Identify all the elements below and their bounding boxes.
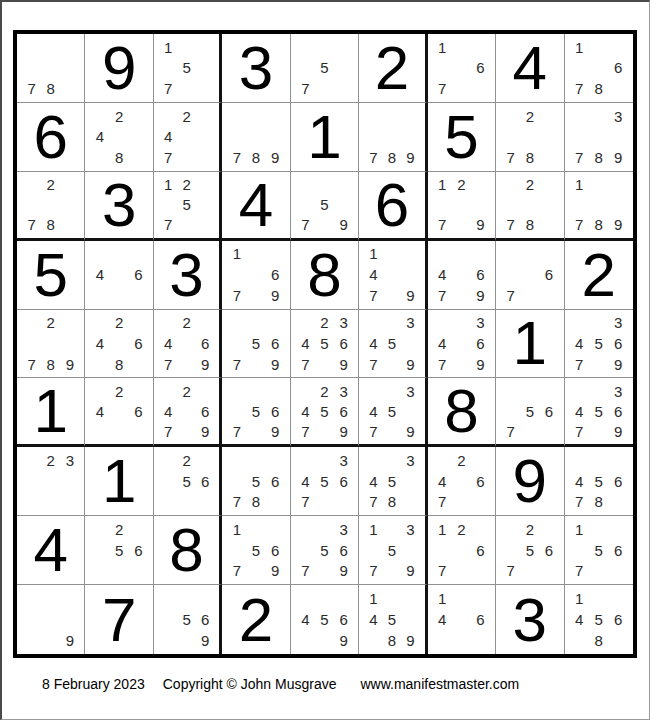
candidate-1: 1 (433, 175, 452, 195)
pencil-marks: 1267 (428, 516, 495, 584)
pencil-marks: 34679 (428, 310, 495, 378)
candidate-9: 9 (266, 560, 285, 581)
candidate-4: 4 (364, 264, 382, 285)
candidate-5: 5 (177, 471, 195, 492)
cell-r3c5: 579 (291, 172, 359, 241)
cell-value: 6 (359, 172, 424, 238)
candidate-6: 6 (471, 58, 490, 79)
cell-r8c5: 35679 (291, 516, 359, 585)
candidate-2: 2 (315, 313, 334, 334)
candidate-2: 2 (177, 381, 195, 401)
candidate-9: 9 (609, 354, 628, 375)
candidate-6: 6 (609, 540, 628, 561)
cell-r9c7: 146 (428, 585, 496, 654)
candidate-8: 8 (520, 147, 539, 168)
candidate-5: 5 (383, 333, 401, 354)
candidate-6: 6 (266, 264, 285, 285)
candidate-7: 7 (227, 354, 246, 375)
pencil-marks: 1678 (565, 34, 633, 102)
candidate-1: 1 (433, 37, 452, 58)
cell-r2c7: 5 (428, 103, 496, 172)
cell-value: 7 (85, 585, 152, 654)
candidate-1: 1 (570, 37, 589, 58)
candidate-7: 7 (296, 560, 315, 581)
candidate-5: 5 (520, 540, 539, 561)
cell-value: 2 (359, 34, 424, 102)
candidate-9: 9 (401, 354, 419, 375)
candidate-7: 7 (570, 492, 589, 513)
candidate-5: 5 (315, 540, 334, 561)
cell-value: 1 (17, 378, 84, 444)
cell-r8c7: 1267 (428, 516, 496, 585)
cell-r8c6: 13579 (359, 516, 427, 585)
candidate-4: 4 (90, 127, 109, 148)
cell-value: 9 (496, 447, 563, 515)
candidate-6: 6 (539, 540, 558, 561)
cell-value: 4 (222, 172, 289, 238)
pencil-marks: 256 (85, 516, 152, 584)
candidate-5: 5 (383, 401, 401, 421)
candidate-7: 7 (433, 492, 452, 513)
candidate-4: 4 (159, 333, 177, 354)
candidate-3: 3 (334, 313, 353, 334)
footer-copyright: Copyright © John Musgrave (163, 676, 337, 692)
cell-r7c2: 1 (85, 447, 153, 516)
candidate-4: 4 (570, 471, 589, 492)
candidate-7: 7 (501, 285, 520, 306)
candidate-5: 5 (589, 609, 608, 630)
candidate-8: 8 (246, 147, 265, 168)
candidate-5: 5 (246, 471, 265, 492)
candidate-4: 4 (159, 127, 177, 148)
pencil-marks: 1257 (154, 172, 219, 238)
cell-r1c1: 78 (17, 34, 85, 103)
cell-r3c7: 1279 (428, 172, 496, 241)
cell-r2c1: 6 (17, 103, 85, 172)
candidate-6: 6 (471, 609, 490, 630)
cell-value: 2 (222, 585, 289, 654)
pencil-marks: 157 (154, 34, 219, 102)
cell-value: 1 (496, 310, 563, 378)
candidate-6: 6 (334, 333, 353, 354)
candidate-5: 5 (315, 609, 334, 630)
candidate-7: 7 (227, 492, 246, 513)
candidate-7: 7 (296, 354, 315, 375)
candidate-2: 2 (520, 519, 539, 540)
candidate-3: 3 (334, 519, 353, 540)
candidate-2: 2 (41, 175, 60, 195)
candidate-8: 8 (383, 147, 401, 168)
candidate-2: 2 (177, 106, 195, 127)
candidate-2: 2 (110, 381, 129, 401)
candidate-6: 6 (471, 471, 490, 492)
cell-r6c4: 5679 (222, 378, 290, 447)
candidate-8: 8 (110, 147, 129, 168)
cell-r2c8: 278 (496, 103, 564, 172)
candidate-6: 6 (471, 264, 490, 285)
candidate-9: 9 (196, 630, 214, 651)
candidate-8: 8 (246, 492, 265, 513)
candidate-6: 6 (196, 609, 214, 630)
candidate-1: 1 (570, 588, 589, 609)
pencil-marks: 4679 (428, 241, 495, 309)
cell-r9c8: 3 (496, 585, 564, 654)
cell-r2c9: 3789 (565, 103, 633, 172)
candidate-1: 1 (159, 175, 177, 195)
cell-r5c7: 34679 (428, 310, 496, 379)
candidate-1: 1 (364, 588, 382, 609)
candidate-6: 6 (129, 333, 148, 354)
cell-r9c3: 569 (154, 585, 222, 654)
pencil-marks: 1679 (222, 241, 289, 309)
pencil-marks: 3789 (565, 103, 633, 171)
pencil-marks: 5679 (222, 378, 289, 444)
candidate-8: 8 (520, 215, 539, 235)
candidate-7: 7 (296, 492, 315, 513)
cell-value: 3 (154, 241, 219, 309)
candidate-9: 9 (196, 354, 214, 375)
cell-r7c3: 256 (154, 447, 222, 516)
cell-r5c9: 345679 (565, 310, 633, 379)
candidate-2: 2 (177, 450, 195, 471)
candidate-7: 7 (570, 560, 589, 581)
cell-r4c4: 1679 (222, 241, 290, 310)
candidate-5: 5 (589, 471, 608, 492)
candidate-1: 1 (227, 519, 246, 540)
pencil-marks: 34579 (359, 378, 424, 444)
cell-r3c4: 4 (222, 172, 290, 241)
cell-r7c7: 2467 (428, 447, 496, 516)
candidate-4: 4 (433, 471, 452, 492)
pencil-marks: 1279 (428, 172, 495, 238)
candidate-3: 3 (401, 450, 419, 471)
cell-r4c7: 4679 (428, 241, 496, 310)
candidate-1: 1 (570, 519, 589, 540)
candidate-4: 4 (90, 401, 109, 421)
candidate-8: 8 (589, 630, 608, 651)
pencil-marks: 247 (154, 103, 219, 171)
candidate-2: 2 (41, 313, 60, 334)
candidate-6: 6 (266, 401, 285, 421)
cell-r1c4: 3 (222, 34, 290, 103)
candidate-9: 9 (266, 147, 285, 168)
candidate-5: 5 (315, 195, 334, 215)
candidate-7: 7 (364, 354, 382, 375)
candidate-1: 1 (433, 519, 452, 540)
candidate-8: 8 (589, 78, 608, 99)
candidate-6: 6 (609, 58, 628, 79)
candidate-5: 5 (315, 401, 334, 421)
candidate-7: 7 (22, 78, 41, 99)
pencil-marks: 13579 (359, 516, 424, 584)
candidate-8: 8 (589, 147, 608, 168)
candidate-7: 7 (22, 354, 41, 375)
candidate-6: 6 (539, 264, 558, 285)
candidate-6: 6 (334, 401, 353, 421)
candidate-6: 6 (196, 471, 214, 492)
candidate-7: 7 (364, 560, 382, 581)
cell-r4c6: 1479 (359, 241, 427, 310)
candidate-7: 7 (570, 78, 589, 99)
candidate-8: 8 (589, 215, 608, 235)
candidate-2: 2 (41, 450, 60, 471)
candidate-6: 6 (539, 401, 558, 421)
candidate-7: 7 (433, 560, 452, 581)
candidate-1: 1 (364, 244, 382, 265)
candidate-5: 5 (246, 540, 265, 561)
candidate-9: 9 (266, 354, 285, 375)
candidate-2: 2 (110, 313, 129, 334)
candidate-6: 6 (196, 333, 214, 354)
candidate-6: 6 (609, 471, 628, 492)
candidate-6: 6 (266, 540, 285, 561)
pencil-marks: 278 (17, 172, 84, 238)
footer-website: www.manifestmaster.com (360, 676, 519, 692)
candidate-4: 4 (296, 401, 315, 421)
cell-r3c8: 278 (496, 172, 564, 241)
pencil-marks: 248 (85, 103, 152, 171)
candidate-8: 8 (383, 492, 401, 513)
pencil-marks: 5679 (222, 310, 289, 378)
candidate-2: 2 (520, 106, 539, 127)
pencil-marks: 46 (85, 241, 152, 309)
candidate-7: 7 (296, 215, 315, 235)
candidate-7: 7 (501, 421, 520, 441)
cell-r9c9: 14568 (565, 585, 633, 654)
cell-value: 4 (496, 34, 563, 102)
candidate-5: 5 (110, 540, 129, 561)
candidate-3: 3 (60, 450, 79, 471)
candidate-9: 9 (471, 215, 490, 235)
cell-r9c6: 14589 (359, 585, 427, 654)
candidate-9: 9 (401, 285, 419, 306)
cell-r1c8: 4 (496, 34, 564, 103)
cell-r1c5: 57 (291, 34, 359, 103)
cell-r1c7: 167 (428, 34, 496, 103)
pencil-marks: 34578 (359, 447, 424, 515)
pencil-marks: 1567 (565, 516, 633, 584)
candidate-4: 4 (90, 264, 109, 285)
candidate-4: 4 (364, 609, 382, 630)
cell-value: 9 (85, 34, 152, 102)
candidate-7: 7 (570, 354, 589, 375)
pencil-marks: 4569 (291, 585, 358, 654)
candidate-7: 7 (159, 215, 177, 235)
cell-r4c2: 46 (85, 241, 153, 310)
candidate-2: 2 (520, 175, 539, 195)
sudoku-board: 7891573572167416786248247789178952783789… (13, 30, 637, 658)
cell-r8c3: 8 (154, 516, 222, 585)
candidate-6: 6 (129, 401, 148, 421)
cell-r7c8: 9 (496, 447, 564, 516)
pencil-marks: 146 (428, 585, 495, 654)
pencil-marks: 567 (496, 378, 563, 444)
candidate-6: 6 (609, 401, 628, 421)
candidate-6: 6 (196, 401, 214, 421)
candidate-7: 7 (364, 421, 382, 441)
pencil-marks: 2468 (85, 310, 152, 378)
cell-value: 4 (17, 516, 84, 584)
cell-r5c5: 2345679 (291, 310, 359, 379)
candidate-4: 4 (570, 333, 589, 354)
candidate-3: 3 (401, 519, 419, 540)
candidate-6: 6 (334, 609, 353, 630)
cell-r7c5: 34567 (291, 447, 359, 516)
candidate-9: 9 (334, 215, 353, 235)
cell-r8c1: 4 (17, 516, 85, 585)
candidate-6: 6 (471, 540, 490, 561)
candidate-7: 7 (159, 421, 177, 441)
candidate-9: 9 (60, 354, 79, 375)
puzzle-page: 7891573572167416786248247789178952783789… (0, 0, 650, 720)
candidate-9: 9 (334, 354, 353, 375)
pencil-marks: 24679 (154, 378, 219, 444)
candidate-7: 7 (227, 421, 246, 441)
cell-r5c2: 2468 (85, 310, 153, 379)
candidate-9: 9 (266, 421, 285, 441)
cell-r9c5: 4569 (291, 585, 359, 654)
candidate-9: 9 (609, 147, 628, 168)
cell-r3c3: 1257 (154, 172, 222, 241)
cell-r4c5: 8 (291, 241, 359, 310)
pencil-marks: 278 (496, 103, 563, 171)
pencil-marks: 34579 (359, 310, 424, 378)
candidate-6: 6 (609, 333, 628, 354)
candidate-9: 9 (60, 630, 79, 651)
pencil-marks: 14589 (359, 585, 424, 654)
candidate-9: 9 (401, 421, 419, 441)
candidate-4: 4 (433, 264, 452, 285)
candidate-9: 9 (196, 421, 214, 441)
candidate-8: 8 (41, 215, 60, 235)
pencil-marks: 2467 (428, 447, 495, 515)
cell-r7c4: 5678 (222, 447, 290, 516)
candidate-9: 9 (401, 630, 419, 651)
candidate-7: 7 (433, 215, 452, 235)
candidate-2: 2 (177, 175, 195, 195)
footer: 8 February 2023 Copyright © John Musgrav… (42, 676, 519, 692)
cell-r6c7: 8 (428, 378, 496, 447)
candidate-4: 4 (364, 401, 382, 421)
pencil-marks: 2345679 (291, 378, 358, 444)
cell-r6c6: 34579 (359, 378, 427, 447)
candidate-4: 4 (296, 333, 315, 354)
candidate-5: 5 (246, 401, 265, 421)
candidate-9: 9 (609, 421, 628, 441)
candidate-7: 7 (364, 147, 382, 168)
candidate-6: 6 (266, 471, 285, 492)
cell-r2c4: 789 (222, 103, 290, 172)
cell-r8c2: 256 (85, 516, 153, 585)
cell-value: 3 (222, 34, 289, 102)
cell-r5c3: 24679 (154, 310, 222, 379)
cell-r3c6: 6 (359, 172, 427, 241)
pencil-marks: 78 (17, 34, 84, 102)
candidate-6: 6 (471, 333, 490, 354)
candidate-7: 7 (501, 560, 520, 581)
candidate-4: 4 (159, 401, 177, 421)
candidate-4: 4 (90, 333, 109, 354)
footer-date: 8 February 2023 (42, 676, 145, 692)
pencil-marks: 278 (496, 172, 563, 238)
cell-value: 5 (428, 103, 495, 171)
pencil-marks: 35679 (291, 516, 358, 584)
cell-r1c9: 1678 (565, 34, 633, 103)
candidate-6: 6 (129, 264, 148, 285)
cell-value: 6 (17, 103, 84, 171)
cell-r4c1: 5 (17, 241, 85, 310)
candidate-5: 5 (589, 333, 608, 354)
candidate-5: 5 (315, 333, 334, 354)
pencil-marks: 345679 (565, 310, 633, 378)
candidate-9: 9 (401, 147, 419, 168)
pencil-marks: 23 (17, 447, 84, 515)
candidate-7: 7 (433, 78, 452, 99)
cell-r1c2: 9 (85, 34, 153, 103)
candidate-3: 3 (609, 381, 628, 401)
cell-r5c1: 2789 (17, 310, 85, 379)
candidate-7: 7 (227, 147, 246, 168)
pencil-marks: 1789 (565, 172, 633, 238)
cell-value: 5 (17, 241, 84, 309)
candidate-2: 2 (452, 175, 471, 195)
cell-r9c1: 9 (17, 585, 85, 654)
candidate-9: 9 (334, 560, 353, 581)
candidate-5: 5 (520, 401, 539, 421)
candidate-3: 3 (471, 313, 490, 334)
candidate-9: 9 (401, 560, 419, 581)
cell-r3c2: 3 (85, 172, 153, 241)
candidate-4: 4 (364, 333, 382, 354)
candidate-1: 1 (570, 175, 589, 195)
cell-r4c3: 3 (154, 241, 222, 310)
pencil-marks: 2345679 (291, 310, 358, 378)
candidate-9: 9 (471, 354, 490, 375)
cell-value: 8 (428, 378, 495, 444)
cell-r4c8: 67 (496, 241, 564, 310)
candidate-7: 7 (501, 215, 520, 235)
candidate-5: 5 (177, 58, 195, 79)
candidate-2: 2 (452, 450, 471, 471)
cell-r7c9: 45678 (565, 447, 633, 516)
candidate-6: 6 (334, 471, 353, 492)
candidate-7: 7 (433, 285, 452, 306)
candidate-5: 5 (315, 471, 334, 492)
cell-r5c6: 34579 (359, 310, 427, 379)
pencil-marks: 1479 (359, 241, 424, 309)
candidate-2: 2 (110, 106, 129, 127)
pencil-marks: 256 (154, 447, 219, 515)
candidate-2: 2 (177, 313, 195, 334)
candidate-7: 7 (159, 147, 177, 168)
candidate-1: 1 (159, 37, 177, 58)
candidate-3: 3 (401, 381, 419, 401)
candidate-9: 9 (471, 285, 490, 306)
candidate-6: 6 (609, 609, 628, 630)
candidate-4: 4 (296, 609, 315, 630)
cell-r1c3: 157 (154, 34, 222, 103)
candidate-1: 1 (433, 588, 452, 609)
candidate-3: 3 (609, 106, 628, 127)
candidate-4: 4 (433, 333, 452, 354)
cell-r6c5: 2345679 (291, 378, 359, 447)
cell-value: 2 (565, 241, 633, 309)
candidate-5: 5 (246, 333, 265, 354)
candidate-7: 7 (570, 421, 589, 441)
cell-r2c5: 1 (291, 103, 359, 172)
pencil-marks: 34567 (291, 447, 358, 515)
cell-r4c9: 2 (565, 241, 633, 310)
